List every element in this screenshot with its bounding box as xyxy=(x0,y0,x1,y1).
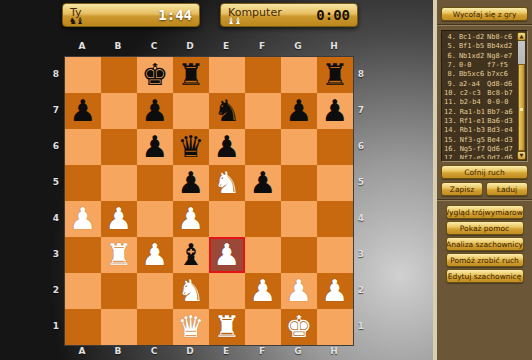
captured-white-bishop-icon: ♝ xyxy=(234,16,241,26)
rank-label-7: 7 xyxy=(49,92,63,128)
square-f7[interactable] xyxy=(245,93,281,129)
move-row[interactable]: 13.Rf1-e1Ba6-d3 xyxy=(444,117,515,126)
square-d7[interactable] xyxy=(173,93,209,129)
move-number: 4. xyxy=(444,33,456,42)
move-list-scrollbar[interactable]: ▲ ▼ xyxy=(517,32,526,160)
move-number: 16. xyxy=(444,145,457,154)
rank-label-2: 2 xyxy=(354,272,368,308)
square-b2[interactable] xyxy=(101,273,137,309)
move-number: 6. xyxy=(444,52,456,61)
square-e1[interactable]: ♜ xyxy=(209,309,245,345)
square-g1[interactable]: ♚ xyxy=(281,309,317,345)
piece-black-pawn[interactable]: ♟ xyxy=(281,93,317,129)
square-e3[interactable]: ♟ xyxy=(209,237,245,273)
black-move: Qd6-d7 xyxy=(487,145,515,154)
piece-black-knight[interactable]: ♞ xyxy=(209,93,245,129)
black-move: Qd8-d6 xyxy=(487,80,515,89)
chess-board[interactable]: ♚♜♜♟♟♞♟♟♟♛♟♟♞♟♟♟♟♜♟♝♟♞♟♟♟♛♜♚ xyxy=(64,56,354,346)
square-h4[interactable] xyxy=(317,201,353,237)
square-g6[interactable] xyxy=(281,129,317,165)
square-h8[interactable]: ♜ xyxy=(317,57,353,93)
white-player-time: 1:44 xyxy=(158,7,192,23)
square-c5[interactable] xyxy=(137,165,173,201)
white-move: Bb5xc6 xyxy=(459,70,487,79)
scroll-up-button[interactable]: ▲ xyxy=(517,32,526,41)
square-d2[interactable]: ♞ xyxy=(173,273,209,309)
square-b7[interactable] xyxy=(101,93,137,129)
file-labels-top: ABCDEFGH xyxy=(64,41,352,55)
piece-white-pawn[interactable]: ♟ xyxy=(173,201,209,237)
black-move: Ba6-d3 xyxy=(487,117,515,126)
piece-black-rook[interactable]: ♜ xyxy=(173,57,209,93)
file-label-d: D xyxy=(172,41,208,55)
square-h5[interactable] xyxy=(317,165,353,201)
hint-move-button[interactable]: Pomóż zrobić ruch xyxy=(446,253,524,267)
square-e6[interactable]: ♟ xyxy=(209,129,245,165)
white-move: Bc1-d2 xyxy=(459,33,487,42)
square-h1[interactable] xyxy=(317,309,353,345)
piece-black-pawn[interactable]: ♟ xyxy=(137,93,173,129)
black-move: f7-f5 xyxy=(487,61,515,70)
piece-black-king[interactable]: ♚ xyxy=(137,57,173,93)
black-move: Bb7-a6 xyxy=(487,108,515,117)
black-player-time: 0:00 xyxy=(316,7,350,23)
move-row[interactable]: 12.Ra1-b1Bb7-a6 xyxy=(444,108,515,117)
undo-move-button[interactable]: Cofnij ruch xyxy=(441,165,528,179)
scrollbar-track[interactable] xyxy=(518,41,525,151)
white-move: 0-0 xyxy=(459,61,487,70)
square-h3[interactable] xyxy=(317,237,353,273)
black-move: Ng8-e7 xyxy=(487,52,515,61)
file-label-b: B xyxy=(100,41,136,55)
square-d1[interactable]: ♛ xyxy=(173,309,209,345)
analyze-board-button[interactable]: Analiza szachownicy xyxy=(446,237,524,251)
piece-black-bishop[interactable]: ♝ xyxy=(173,237,209,273)
move-number: 17. xyxy=(444,154,457,159)
move-number: 11. xyxy=(444,98,457,107)
white-move: Rb1-b3 xyxy=(460,126,488,135)
black-move: Qd7-d6 xyxy=(487,154,515,159)
white-move: Rf1-e1 xyxy=(460,117,488,126)
white-move: b2-b4 xyxy=(460,98,488,107)
rank-label-6: 6 xyxy=(49,128,63,164)
rank-label-5: 5 xyxy=(354,164,368,200)
square-c1[interactable] xyxy=(137,309,173,345)
scroll-down-icon: ▼ xyxy=(520,152,524,158)
move-row[interactable]: 17.Nf7-e5Qd7-d6 xyxy=(444,154,515,159)
square-c3[interactable]: ♟ xyxy=(137,237,173,273)
move-row[interactable]: 10.c2-c3Bc8-b7 xyxy=(444,89,515,98)
square-f5[interactable]: ♟ xyxy=(245,165,281,201)
square-b6[interactable] xyxy=(101,129,137,165)
rank-labels-right: 87654321 xyxy=(354,56,368,344)
piece-white-pawn[interactable]: ♟ xyxy=(245,273,281,309)
black-move: Nb8-c6 xyxy=(487,33,515,42)
square-a3[interactable] xyxy=(65,237,101,273)
square-f8[interactable] xyxy=(245,57,281,93)
scrollbar-grip xyxy=(520,108,523,111)
piece-white-knight[interactable]: ♞ xyxy=(209,165,245,201)
file-label-e: E xyxy=(208,41,244,55)
black-player-clock-panel: Komputer ♝♝ 0:00 xyxy=(220,3,358,27)
black-move: 0-0-0 xyxy=(487,98,515,107)
move-row[interactable]: 5.Bf1-b5Bb4xd2 xyxy=(444,42,515,51)
white-move: Nf7-e5 xyxy=(460,154,488,159)
square-h7[interactable]: ♟ xyxy=(317,93,353,129)
square-b4[interactable]: ♟ xyxy=(101,201,137,237)
white-player-clock-panel: Ty ♞♝ 1:44 xyxy=(62,3,200,27)
view-3d-button[interactable]: Wygląd trójwymiarowy xyxy=(446,205,524,219)
white-move: a2-a4 xyxy=(459,80,487,89)
rank-label-7: 7 xyxy=(354,92,368,128)
rank-label-3: 3 xyxy=(49,236,63,272)
white-move: c2-c3 xyxy=(460,89,488,98)
square-c2[interactable] xyxy=(137,273,173,309)
move-list-panel[interactable]: 4.Bc1-d2Nb8-c65.Bf1-b5Bb4xd26.Nb1xd2Ng8-… xyxy=(441,30,528,162)
move-number: 7. xyxy=(444,61,456,70)
file-label-f: F xyxy=(244,346,280,360)
black-move: b7xc6 xyxy=(487,70,515,79)
square-h2[interactable]: ♟ xyxy=(317,273,353,309)
black-move: Bd3-e4 xyxy=(487,126,515,135)
sidebar: Wycofaj się z gry 4.Bc1-d2Nb8-c65.Bf1-b5… xyxy=(433,0,532,360)
square-f3[interactable] xyxy=(245,237,281,273)
piece-white-knight[interactable]: ♞ xyxy=(173,273,209,309)
file-label-c: C xyxy=(136,346,172,360)
rank-label-4: 4 xyxy=(354,200,368,236)
square-d6[interactable]: ♛ xyxy=(173,129,209,165)
square-h6[interactable] xyxy=(317,129,353,165)
piece-white-king[interactable]: ♚ xyxy=(281,309,317,345)
file-label-d: D xyxy=(172,346,208,360)
file-label-a: A xyxy=(64,346,100,360)
square-g3[interactable] xyxy=(281,237,317,273)
piece-black-pawn[interactable]: ♟ xyxy=(209,129,245,165)
captured-black-bishop-icon: ♝ xyxy=(76,16,83,26)
square-e2[interactable] xyxy=(209,273,245,309)
square-e7[interactable]: ♞ xyxy=(209,93,245,129)
white-move: Nb1xd2 xyxy=(459,52,487,61)
black-captured-pieces-tray: ♝♝ xyxy=(227,16,241,26)
square-d4[interactable]: ♟ xyxy=(173,201,209,237)
rank-label-1: 1 xyxy=(49,308,63,344)
move-row[interactable]: 7.0-0f7-f5 xyxy=(444,61,515,70)
move-list[interactable]: 4.Bc1-d2Nb8-c65.Bf1-b5Bb4xd26.Nb1xd2Ng8-… xyxy=(444,33,515,159)
black-move: Bb4xd2 xyxy=(487,42,515,51)
square-c8[interactable]: ♚ xyxy=(137,57,173,93)
move-row[interactable]: 8.Bb5xc6b7xc6 xyxy=(444,70,515,79)
divider xyxy=(437,199,532,201)
move-row[interactable]: 11.b2-b40-0-0 xyxy=(444,98,515,107)
move-row[interactable]: 15.Nf3-g5Be4-d3 xyxy=(444,136,515,145)
piece-white-rook[interactable]: ♜ xyxy=(101,237,137,273)
move-row[interactable]: 14.Rb1-b3Bd3-e4 xyxy=(444,126,515,135)
white-move: Ng5-f7 xyxy=(460,145,488,154)
file-label-h: H xyxy=(316,346,352,360)
square-a8[interactable] xyxy=(65,57,101,93)
scroll-down-button[interactable]: ▼ xyxy=(517,151,526,160)
move-row[interactable]: 6.Nb1xd2Ng8-e7 xyxy=(444,52,515,61)
square-d3[interactable]: ♝ xyxy=(173,237,209,273)
square-a6[interactable] xyxy=(65,129,101,165)
rank-labels-left: 87654321 xyxy=(49,56,63,344)
rank-label-8: 8 xyxy=(354,56,368,92)
divider xyxy=(437,24,532,26)
square-e4[interactable] xyxy=(209,201,245,237)
square-d8[interactable]: ♜ xyxy=(173,57,209,93)
white-move: Ra1-b1 xyxy=(460,108,488,117)
resign-button[interactable]: Wycofaj się z gry xyxy=(441,7,528,21)
square-e8[interactable] xyxy=(209,57,245,93)
file-label-g: G xyxy=(280,41,316,55)
piece-white-pawn[interactable]: ♟ xyxy=(101,201,137,237)
square-c4[interactable] xyxy=(137,201,173,237)
black-move: Be4-d3 xyxy=(487,136,515,145)
piece-black-pawn[interactable]: ♟ xyxy=(65,93,101,129)
rank-label-1: 1 xyxy=(354,308,368,344)
rank-label-2: 2 xyxy=(49,272,63,308)
piece-white-pawn[interactable]: ♟ xyxy=(317,273,353,309)
piece-white-pawn[interactable]: ♟ xyxy=(65,201,101,237)
file-label-f: F xyxy=(244,41,280,55)
square-a4[interactable]: ♟ xyxy=(65,201,101,237)
square-a2[interactable] xyxy=(65,273,101,309)
square-a1[interactable] xyxy=(65,309,101,345)
file-label-g: G xyxy=(280,346,316,360)
piece-black-pawn[interactable]: ♟ xyxy=(137,129,173,165)
file-label-h: H xyxy=(316,41,352,55)
piece-white-pawn[interactable]: ♟ xyxy=(281,273,317,309)
rank-label-6: 6 xyxy=(354,128,368,164)
rank-label-5: 5 xyxy=(49,164,63,200)
move-number: 10. xyxy=(444,89,457,98)
rank-label-4: 4 xyxy=(49,200,63,236)
piece-white-queen[interactable]: ♛ xyxy=(173,309,209,345)
piece-white-pawn[interactable]: ♟ xyxy=(209,237,245,273)
square-a5[interactable] xyxy=(65,165,101,201)
white-move: Bf1-b5 xyxy=(459,42,487,51)
move-number: 8. xyxy=(444,70,456,79)
square-b1[interactable] xyxy=(101,309,137,345)
piece-black-queen[interactable]: ♛ xyxy=(173,129,209,165)
square-b5[interactable] xyxy=(101,165,137,201)
move-number: 13. xyxy=(444,117,457,126)
move-number: 5. xyxy=(444,42,456,51)
piece-black-pawn[interactable]: ♟ xyxy=(317,93,353,129)
square-f1[interactable] xyxy=(245,309,281,345)
square-e5[interactable]: ♞ xyxy=(209,165,245,201)
white-move: Nf3-g5 xyxy=(460,136,488,145)
piece-black-rook[interactable]: ♜ xyxy=(317,57,353,93)
file-label-a: A xyxy=(64,41,100,55)
square-g7[interactable]: ♟ xyxy=(281,93,317,129)
move-row[interactable]: 9.a2-a4Qd8-d6 xyxy=(444,80,515,89)
square-c7[interactable]: ♟ xyxy=(137,93,173,129)
show-help-button[interactable]: Pokaż pomoc xyxy=(446,221,524,235)
load-button[interactable]: Ładuj xyxy=(486,182,528,196)
move-number: 9. xyxy=(444,80,456,89)
square-f4[interactable] xyxy=(245,201,281,237)
square-g5[interactable] xyxy=(281,165,317,201)
square-g8[interactable] xyxy=(281,57,317,93)
file-labels-bottom: ABCDEFGH xyxy=(64,346,352,360)
file-label-e: E xyxy=(208,346,244,360)
file-label-b: B xyxy=(100,346,136,360)
save-button[interactable]: Zapisz xyxy=(441,182,483,196)
square-c6[interactable]: ♟ xyxy=(137,129,173,165)
scrollbar-thumb[interactable] xyxy=(518,64,525,151)
square-g2[interactable]: ♟ xyxy=(281,273,317,309)
move-number: 14. xyxy=(444,126,457,135)
rank-label-8: 8 xyxy=(49,56,63,92)
piece-black-pawn[interactable]: ♟ xyxy=(245,165,281,201)
black-move: Bc8-b7 xyxy=(487,89,515,98)
rank-label-3: 3 xyxy=(354,236,368,272)
white-captured-pieces-tray: ♞♝ xyxy=(69,16,83,26)
piece-white-pawn[interactable]: ♟ xyxy=(137,237,173,273)
square-g4[interactable] xyxy=(281,201,317,237)
move-row[interactable]: 4.Bc1-d2Nb8-c6 xyxy=(444,33,515,42)
square-d5[interactable]: ♟ xyxy=(173,165,209,201)
square-f6[interactable] xyxy=(245,129,281,165)
scroll-up-icon: ▲ xyxy=(520,33,524,39)
square-a7[interactable]: ♟ xyxy=(65,93,101,129)
file-label-c: C xyxy=(136,41,172,55)
square-f2[interactable]: ♟ xyxy=(245,273,281,309)
edit-board-button[interactable]: Edytuj szachownicę xyxy=(446,269,524,283)
square-b3[interactable]: ♜ xyxy=(101,237,137,273)
piece-black-pawn[interactable]: ♟ xyxy=(173,165,209,201)
move-number: 15. xyxy=(444,136,457,145)
square-b8[interactable] xyxy=(101,57,137,93)
move-number: 12. xyxy=(444,108,457,117)
piece-white-rook[interactable]: ♜ xyxy=(209,309,245,345)
move-row[interactable]: 16.Ng5-f7Qd6-d7 xyxy=(444,145,515,154)
